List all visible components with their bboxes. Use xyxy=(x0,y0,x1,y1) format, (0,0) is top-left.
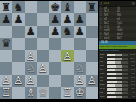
analysis-screen: ♜♞♚♝♜♟♟♟♟♟♟♟♞♟♛♙♙♘♙♘♙♙♙♙♙♖♗♕♖♔ ≡ +0.4 ⚙ … xyxy=(0,0,136,102)
square-h8[interactable]: ♜ xyxy=(86,1,98,13)
black-knight[interactable]: ♞ xyxy=(62,26,72,37)
square-g1[interactable]: ♔ xyxy=(74,87,86,99)
explorer-move-label: Bg7 xyxy=(100,54,106,57)
white-knight[interactable]: ♘ xyxy=(26,63,36,74)
square-a1[interactable]: ♖ xyxy=(0,87,12,99)
square-e4[interactable] xyxy=(49,50,61,62)
black-wins-segment xyxy=(122,69,128,71)
square-a7[interactable]: ♟ xyxy=(0,13,12,25)
square-f3[interactable] xyxy=(61,62,73,74)
black-wins-segment xyxy=(122,65,128,67)
black-pawn[interactable]: ♟ xyxy=(50,14,60,25)
black-wins-segment xyxy=(122,77,128,79)
white-pawn[interactable]: ♙ xyxy=(1,75,11,86)
explorer-move-label: h5 xyxy=(100,80,106,83)
explorer-move-label: e5 xyxy=(100,61,106,64)
black-wins-segment xyxy=(122,54,128,56)
square-h3[interactable] xyxy=(86,62,98,74)
square-f7[interactable]: ♟ xyxy=(61,13,73,25)
square-g7[interactable]: ♟ xyxy=(74,13,86,25)
square-a6[interactable] xyxy=(0,26,12,38)
square-g6[interactable]: ♟ xyxy=(74,26,86,38)
games-count: 198 xyxy=(129,84,135,86)
square-a2[interactable]: ♙ xyxy=(0,75,12,87)
draws-segment xyxy=(115,54,122,56)
black-pawn[interactable]: ♟ xyxy=(75,14,85,25)
white-wins-segment xyxy=(107,69,115,71)
square-d2[interactable] xyxy=(37,75,49,87)
white-wins-segment xyxy=(107,61,115,63)
black-king[interactable]: ♚ xyxy=(50,2,60,13)
black-queen[interactable]: ♛ xyxy=(1,38,11,49)
gear-icon[interactable]: ⚙ xyxy=(131,2,135,6)
square-d4[interactable] xyxy=(37,50,49,62)
explorer-move-label: Bd7 xyxy=(100,84,106,87)
square-a3[interactable] xyxy=(0,62,12,74)
black-pawn[interactable]: ♟ xyxy=(62,14,72,25)
square-c2[interactable]: ♙ xyxy=(25,75,37,87)
white-pawn[interactable]: ♙ xyxy=(87,75,97,86)
black-rook[interactable]: ♜ xyxy=(87,2,97,13)
opening-explorer-table: Bg71842d51204e5986Nf6731c5518Qb6402a6377… xyxy=(99,53,136,99)
square-a8[interactable]: ♜ xyxy=(0,1,12,13)
win-draw-loss-bar xyxy=(107,77,128,79)
win-draw-loss-bar xyxy=(107,88,128,90)
square-g5[interactable] xyxy=(74,38,86,50)
square-f1[interactable]: ♖ xyxy=(61,87,73,99)
white-pawn[interactable]: ♙ xyxy=(26,51,36,62)
games-count: 986 xyxy=(129,61,135,63)
square-h7[interactable] xyxy=(86,13,98,25)
explorer-move-label: a6 xyxy=(100,77,106,80)
black-wins-segment xyxy=(122,81,128,83)
win-draw-loss-bar xyxy=(107,81,128,83)
win-draw-loss-bar xyxy=(107,61,128,63)
win-draw-loss-bar xyxy=(107,96,128,98)
analysis-panel: ≡ +0.4 ⚙ 1.e4c62.Nc3d53.Nf3Nf64.d3e65.Be… xyxy=(99,1,136,99)
games-count: 245 xyxy=(129,81,135,83)
white-pawn[interactable]: ♙ xyxy=(38,63,48,74)
square-c4[interactable]: ♙ xyxy=(25,50,37,62)
draws-segment xyxy=(115,61,122,63)
white-wins-segment xyxy=(107,58,115,60)
black-pawn[interactable]: ♟ xyxy=(26,26,36,37)
white-wins-segment xyxy=(107,88,116,90)
black-knight[interactable]: ♞ xyxy=(13,2,23,13)
square-h5[interactable] xyxy=(86,38,98,50)
win-draw-loss-bar xyxy=(107,92,128,94)
white-pawn[interactable]: ♙ xyxy=(62,51,72,62)
square-g4[interactable] xyxy=(74,50,86,62)
square-f8[interactable]: ♝ xyxy=(61,1,73,13)
square-c8[interactable] xyxy=(25,1,37,13)
win-draw-loss-bar xyxy=(107,54,128,56)
square-g8[interactable] xyxy=(74,1,86,13)
engine-eval-text: +0.4 xyxy=(103,2,130,5)
square-e7[interactable]: ♟ xyxy=(49,13,61,25)
square-f5[interactable] xyxy=(61,38,73,50)
square-d8[interactable] xyxy=(37,1,49,13)
black-pawn[interactable]: ♟ xyxy=(50,26,60,37)
explorer-move-label: Na6 xyxy=(100,96,106,99)
black-rook[interactable]: ♜ xyxy=(1,2,11,13)
white-wins-segment xyxy=(107,96,116,98)
win-draw-loss-bar xyxy=(107,84,128,86)
square-b7[interactable]: ♟ xyxy=(12,13,24,25)
square-b1[interactable] xyxy=(12,87,24,99)
games-count: 731 xyxy=(129,65,135,67)
black-wins-segment xyxy=(121,61,128,63)
white-pawn[interactable]: ♙ xyxy=(26,75,36,86)
black-pawn[interactable]: ♟ xyxy=(13,14,23,25)
square-a5[interactable]: ♛ xyxy=(0,38,12,50)
move-list: 1.e4c62.Nc3d53.Nf3Nf64.d3e65.Be2Qa56.O-O… xyxy=(99,7,136,41)
square-e5[interactable] xyxy=(49,38,61,50)
square-h4[interactable] xyxy=(86,50,98,62)
black-wins-segment xyxy=(122,73,128,75)
games-count: 154 xyxy=(129,88,135,90)
white-king[interactable]: ♔ xyxy=(75,87,85,98)
square-e8[interactable]: ♚ xyxy=(49,1,61,13)
black-wins-segment xyxy=(122,88,128,90)
explorer-move-label: d5 xyxy=(100,57,106,60)
chess-board[interactable]: ♜♞♚♝♜♟♟♟♟♟♟♟♞♟♛♙♙♘♙♘♙♙♙♙♙♖♗♕♖♔ xyxy=(0,1,98,99)
win-draw-loss-bar xyxy=(107,69,128,71)
square-a4[interactable] xyxy=(0,50,12,62)
square-h1[interactable] xyxy=(86,87,98,99)
square-h2[interactable]: ♙ xyxy=(86,75,98,87)
white-wins-segment xyxy=(107,65,116,67)
white-wins-segment xyxy=(107,73,116,75)
white-wins-segment xyxy=(107,81,117,83)
games-count: 518 xyxy=(129,69,135,71)
explorer-move-label: c5 xyxy=(100,69,106,72)
square-b4[interactable] xyxy=(12,50,24,62)
white-wins-segment xyxy=(107,92,115,94)
white-pawn[interactable]: ♙ xyxy=(75,75,85,86)
square-d3[interactable]: ♙ xyxy=(37,62,49,74)
black-wins-segment xyxy=(122,96,128,98)
black-pawn[interactable]: ♟ xyxy=(1,14,11,25)
square-f2[interactable] xyxy=(61,75,73,87)
black-wins-segment xyxy=(122,92,128,94)
black-wins-segment xyxy=(122,84,128,86)
square-e3[interactable] xyxy=(49,62,61,74)
draws-segment xyxy=(115,84,122,86)
square-d5[interactable] xyxy=(37,38,49,50)
square-c6[interactable]: ♟ xyxy=(25,26,37,38)
games-count: 402 xyxy=(129,73,135,75)
square-b6[interactable] xyxy=(12,26,24,38)
win-draw-loss-bar xyxy=(107,58,128,60)
square-e2[interactable] xyxy=(49,75,61,87)
games-count: 1842 xyxy=(129,54,135,56)
draws-segment xyxy=(115,69,122,71)
square-e1[interactable] xyxy=(49,87,61,99)
square-h6[interactable] xyxy=(86,26,98,38)
square-c1[interactable]: ♗ xyxy=(25,87,37,99)
square-e6[interactable]: ♟ xyxy=(49,26,61,38)
square-b3[interactable] xyxy=(12,62,24,74)
games-count: 1204 xyxy=(129,58,135,60)
square-c5[interactable] xyxy=(25,38,37,50)
white-rook[interactable]: ♖ xyxy=(62,87,72,98)
white-wins-segment xyxy=(107,77,116,79)
explorer-move-label: Qb6 xyxy=(100,73,106,76)
square-b8[interactable]: ♞ xyxy=(12,1,24,13)
square-f4[interactable]: ♙ xyxy=(61,50,73,62)
square-c3[interactable]: ♘ xyxy=(25,62,37,74)
games-count: 97 xyxy=(129,92,135,94)
square-b2[interactable]: ♙ xyxy=(12,75,24,87)
black-wins-segment xyxy=(122,58,128,60)
white-wins-segment xyxy=(107,84,115,86)
square-f6[interactable]: ♞ xyxy=(61,26,73,38)
white-knight[interactable]: ♘ xyxy=(75,63,85,74)
square-g2[interactable]: ♙ xyxy=(74,75,86,87)
games-count: 52 xyxy=(129,96,135,98)
white-pawn[interactable]: ♙ xyxy=(13,75,23,86)
square-d6[interactable] xyxy=(37,26,49,38)
win-draw-loss-bar xyxy=(107,65,128,67)
black-pawn[interactable]: ♟ xyxy=(75,26,85,37)
white-queen[interactable]: ♕ xyxy=(38,87,48,98)
games-count: 377 xyxy=(129,77,135,79)
square-b5[interactable] xyxy=(12,38,24,50)
black-bishop[interactable]: ♝ xyxy=(62,2,72,13)
explorer-move-label: Nf6 xyxy=(100,65,106,68)
bottom-letterbox-bar xyxy=(0,99,136,102)
win-draw-loss-bar xyxy=(107,73,128,75)
square-d1[interactable]: ♕ xyxy=(37,87,49,99)
white-wins-segment xyxy=(107,54,115,56)
explorer-move-label: b5 xyxy=(100,92,106,95)
white-bishop[interactable]: ♗ xyxy=(26,87,36,98)
square-d7[interactable] xyxy=(37,13,49,25)
square-c7[interactable] xyxy=(25,13,37,25)
explorer-move-label: O-O xyxy=(100,88,106,91)
square-g3[interactable]: ♘ xyxy=(74,62,86,74)
menu-icon[interactable]: ≡ xyxy=(100,2,102,6)
white-rook[interactable]: ♖ xyxy=(1,87,11,98)
